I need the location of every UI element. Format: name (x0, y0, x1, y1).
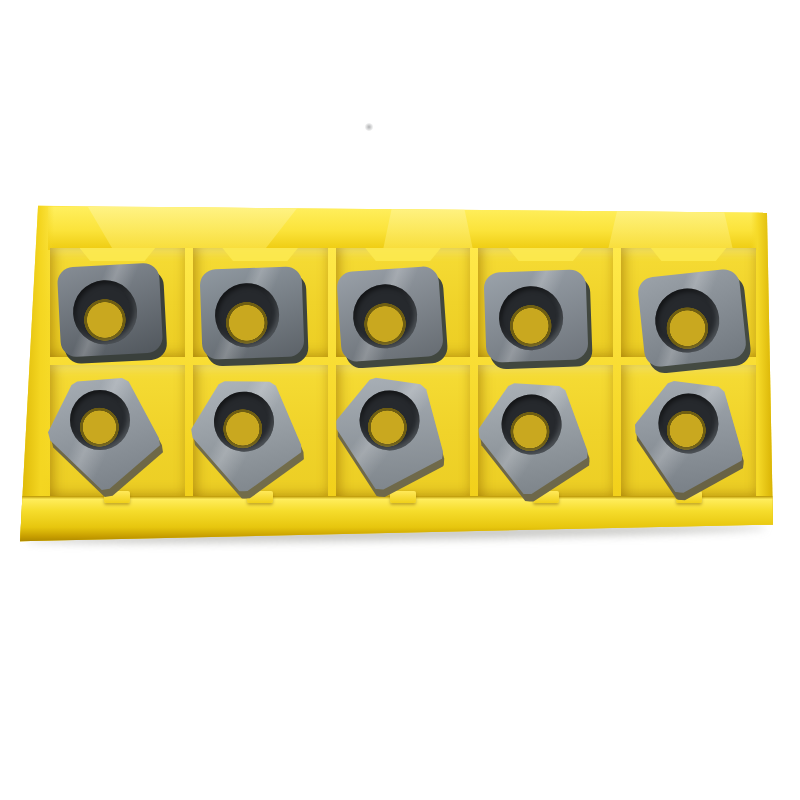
carbide-insert-square (336, 266, 444, 363)
carbide-insert-square (199, 266, 304, 360)
back-wall-chamfer (383, 207, 473, 250)
photo-canvas (0, 0, 800, 800)
insert-center-hole (70, 390, 130, 450)
carbide-insert-square (57, 262, 164, 357)
carbide-insert-trigon (623, 366, 757, 505)
carbide-insert-square (483, 269, 588, 363)
insert-tray (20, 204, 773, 542)
carbide-insert-square (637, 268, 748, 368)
back-wall-chamfer (88, 207, 298, 250)
carbide-insert-trigon (470, 370, 597, 502)
carbide-insert-trigon (48, 372, 160, 490)
carbide-insert-trigon (186, 369, 308, 496)
tray-back-wall (48, 207, 759, 250)
back-wall-chamfer (608, 207, 733, 250)
dust-speck (364, 123, 374, 131)
